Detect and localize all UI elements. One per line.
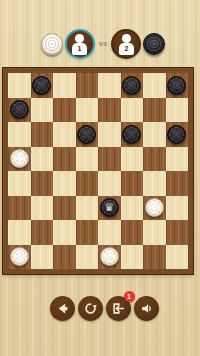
square-b6[interactable] (31, 122, 54, 147)
square-d1[interactable] (76, 245, 99, 270)
square-e7[interactable] (98, 98, 121, 123)
square-g5[interactable] (143, 147, 166, 172)
person-icon (75, 34, 84, 43)
black-checker-icon (143, 33, 165, 55)
black-man-piece[interactable] (31, 73, 54, 98)
square-d3[interactable] (76, 196, 99, 221)
square-f3[interactable] (121, 196, 144, 221)
black-checker-disc (167, 76, 186, 95)
square-d2[interactable] (76, 220, 99, 245)
black-man-piece[interactable] (76, 122, 99, 147)
square-h5[interactable] (166, 147, 189, 172)
checkers-app-screen: 1 vs 2 ♛ (0, 0, 200, 356)
player2-color-piece (143, 33, 165, 55)
square-c7[interactable] (53, 98, 76, 123)
square-h4[interactable] (166, 171, 189, 196)
black-checker-disc (10, 100, 29, 119)
back-arrow-icon (56, 302, 69, 315)
board-frame: ♛ (3, 68, 193, 274)
white-checker-icon (41, 33, 63, 55)
control-bar: 1 (4, 296, 200, 321)
square-c5[interactable] (53, 147, 76, 172)
square-a3[interactable] (8, 196, 31, 221)
white-checker-disc (100, 247, 119, 266)
square-g2[interactable] (143, 220, 166, 245)
square-d7[interactable] (76, 98, 99, 123)
exit-button[interactable]: 1 (106, 296, 131, 321)
square-g6[interactable] (143, 122, 166, 147)
square-d4[interactable] (76, 171, 99, 196)
black-checker-disc: ♛ (100, 198, 119, 217)
square-e2[interactable] (98, 220, 121, 245)
square-h7[interactable] (166, 98, 189, 123)
player2-avatar: 2 (111, 29, 141, 59)
person-body: 2 (119, 43, 134, 55)
square-c8[interactable] (53, 73, 76, 98)
black-man-piece[interactable] (166, 73, 189, 98)
square-b4[interactable] (31, 171, 54, 196)
square-e8[interactable] (98, 73, 121, 98)
white-man-piece[interactable] (8, 245, 31, 270)
speaker-icon (140, 302, 153, 315)
square-e5[interactable] (98, 147, 121, 172)
black-man-piece[interactable] (121, 122, 144, 147)
king-crown-icon: ♛ (104, 202, 114, 213)
sound-button[interactable] (134, 296, 159, 321)
square-c6[interactable] (53, 122, 76, 147)
black-checker-disc (77, 125, 96, 144)
square-f7[interactable] (121, 98, 144, 123)
exit-door-icon (112, 302, 125, 315)
square-b2[interactable] (31, 220, 54, 245)
square-c2[interactable] (53, 220, 76, 245)
square-a6[interactable] (8, 122, 31, 147)
player-bar: 1 vs 2 (3, 27, 200, 60)
restart-button[interactable] (78, 296, 103, 321)
square-b5[interactable] (31, 147, 54, 172)
square-b3[interactable] (31, 196, 54, 221)
white-checker-disc (145, 198, 164, 217)
black-checker-disc (167, 125, 186, 144)
square-f5[interactable] (121, 147, 144, 172)
square-h1[interactable] (166, 245, 189, 270)
square-e6[interactable] (98, 122, 121, 147)
square-g1[interactable] (143, 245, 166, 270)
white-checker-disc (10, 149, 29, 168)
black-checker-disc (122, 125, 141, 144)
restart-icon (84, 302, 97, 315)
square-e4[interactable] (98, 171, 121, 196)
player1-number: 1 (78, 45, 82, 52)
black-man-piece[interactable] (121, 73, 144, 98)
board: ♛ (8, 73, 188, 269)
square-f1[interactable] (121, 245, 144, 270)
white-man-piece[interactable] (98, 245, 121, 270)
square-f2[interactable] (121, 220, 144, 245)
white-checker-disc (10, 247, 29, 266)
square-b7[interactable] (31, 98, 54, 123)
square-d5[interactable] (76, 147, 99, 172)
square-g7[interactable] (143, 98, 166, 123)
square-c3[interactable] (53, 196, 76, 221)
black-king-piece[interactable]: ♛ (98, 196, 121, 221)
square-a4[interactable] (8, 171, 31, 196)
black-checker-disc (122, 76, 141, 95)
black-man-piece[interactable] (166, 122, 189, 147)
black-man-piece[interactable] (8, 98, 31, 123)
square-h2[interactable] (166, 220, 189, 245)
square-g8[interactable] (143, 73, 166, 98)
vs-label: vs (97, 39, 110, 48)
back-button[interactable] (50, 296, 75, 321)
black-checker-disc (32, 76, 51, 95)
square-h3[interactable] (166, 196, 189, 221)
player2-number: 2 (125, 45, 129, 52)
exit-notification-badge: 1 (124, 291, 135, 302)
square-c1[interactable] (53, 245, 76, 270)
square-f4[interactable] (121, 171, 144, 196)
white-man-piece[interactable] (8, 147, 31, 172)
square-a2[interactable] (8, 220, 31, 245)
player1-color-piece (41, 33, 63, 55)
white-man-piece[interactable] (143, 196, 166, 221)
square-d8[interactable] (76, 73, 99, 98)
square-b1[interactable] (31, 245, 54, 270)
square-g4[interactable] (143, 171, 166, 196)
player1-avatar: 1 (65, 29, 95, 59)
square-c4[interactable] (53, 171, 76, 196)
person-body: 1 (72, 43, 87, 55)
person-icon (122, 34, 131, 43)
square-a8[interactable] (8, 73, 31, 98)
